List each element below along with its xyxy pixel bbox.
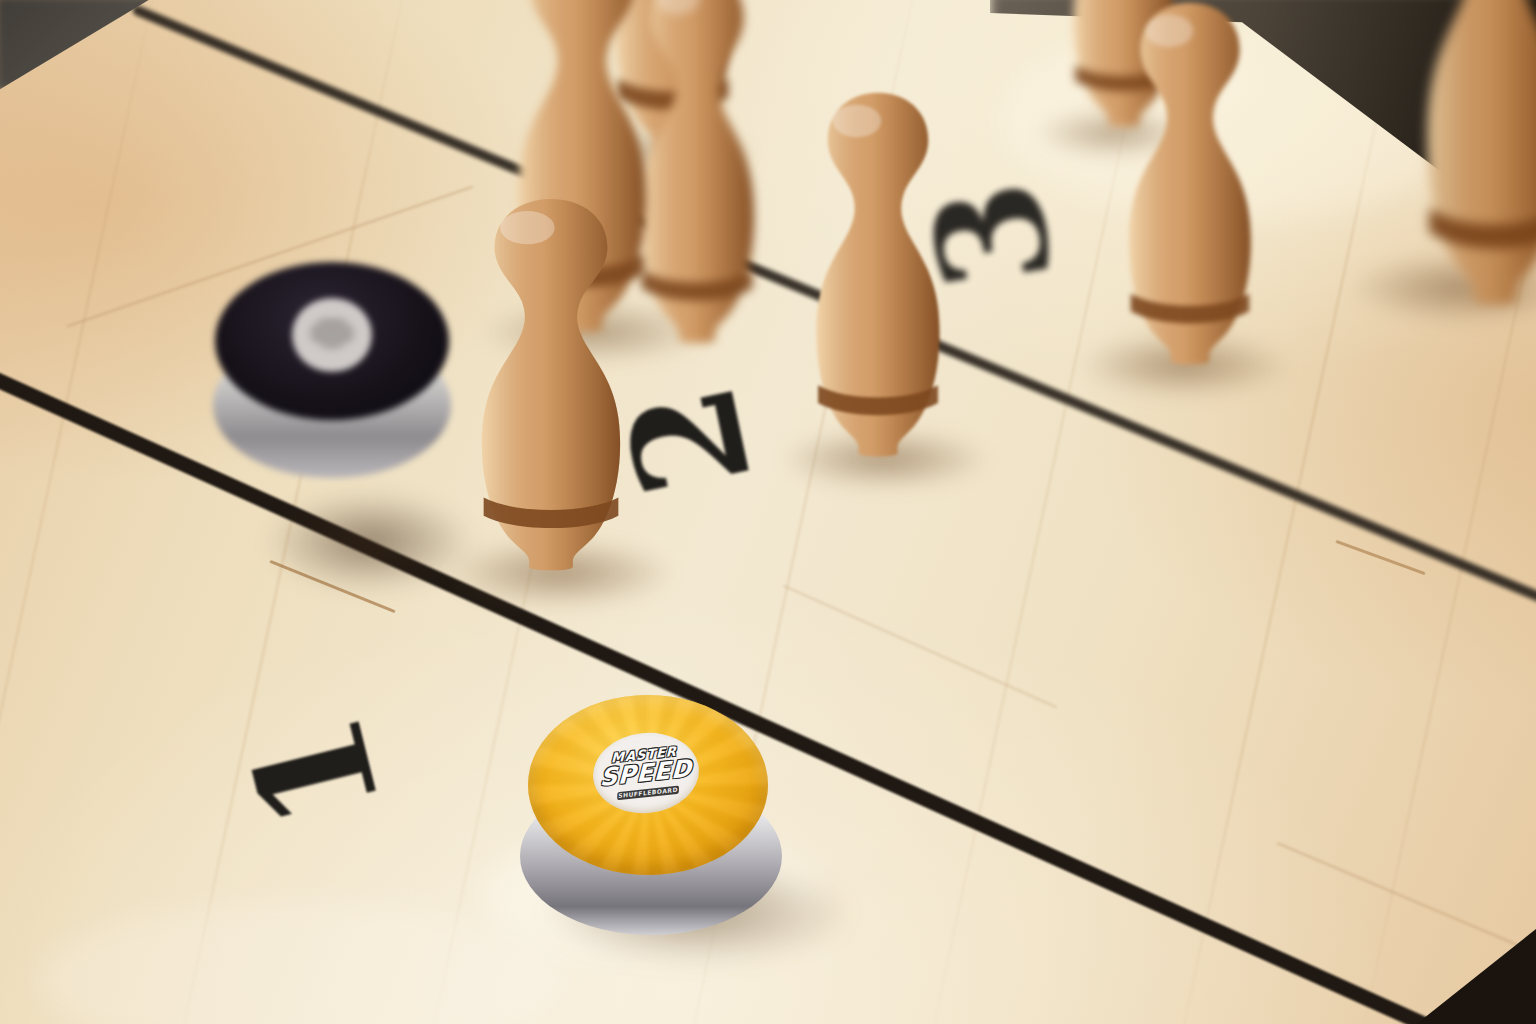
bowling-pin-p5[interactable] bbox=[797, 84, 959, 468]
bowling-pin-p1[interactable] bbox=[460, 190, 642, 582]
black-puck[interactable] bbox=[205, 262, 465, 592]
black-puck-label-illegible-logo bbox=[310, 318, 354, 348]
yellow-puck[interactable]: MASTER SPEED SHUFFLEBOARD bbox=[512, 670, 852, 970]
bowling-pin-p6[interactable] bbox=[1110, 0, 1270, 376]
bowling-pin-p8[interactable] bbox=[1406, 0, 1536, 320]
black-puck-shadow bbox=[265, 492, 475, 592]
black-puck-label bbox=[292, 298, 372, 372]
shuffleboard-photo: 1 2 3 MASTER SPEED SH bbox=[0, 0, 1536, 1024]
